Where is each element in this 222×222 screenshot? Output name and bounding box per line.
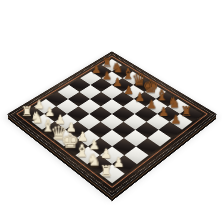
piece-black-king[interactable]: ♚ bbox=[140, 77, 161, 95]
square-d8[interactable]: ♛ bbox=[133, 78, 154, 92]
square-c7[interactable]: ♟ bbox=[112, 78, 133, 92]
square-b8[interactable]: ♞ bbox=[112, 65, 133, 78]
square-e6[interactable] bbox=[123, 99, 145, 114]
square-c8[interactable]: ♝ bbox=[122, 72, 143, 85]
piece-black-pawn[interactable]: ♟ bbox=[129, 91, 151, 103]
piece-black-bishop[interactable]: ♝ bbox=[118, 67, 139, 82]
square-a6[interactable] bbox=[80, 72, 101, 85]
square-c4[interactable] bbox=[79, 99, 101, 114]
piece-black-rook[interactable]: ♜ bbox=[97, 57, 117, 69]
square-b7[interactable]: ♟ bbox=[101, 72, 122, 85]
square-d7[interactable]: ♟ bbox=[123, 85, 145, 99]
piece-black-pawn[interactable]: ♟ bbox=[107, 77, 128, 88]
square-c5[interactable] bbox=[90, 92, 112, 107]
piece-black-knight[interactable]: ♞ bbox=[107, 61, 127, 75]
square-d5[interactable] bbox=[101, 99, 123, 114]
product-photo-canvas: ♜♞♝♛♚♝♞♜♟♟♟♟♟♟♟♟♟♟♟♟♟♟♟♟♜♞♝♛♚♝♞♜ bbox=[0, 0, 222, 222]
square-d6[interactable] bbox=[112, 92, 134, 107]
piece-black-pawn[interactable]: ♟ bbox=[86, 64, 106, 75]
square-b5[interactable] bbox=[79, 85, 101, 99]
piece-black-pawn[interactable]: ♟ bbox=[97, 70, 118, 81]
square-e8[interactable]: ♚ bbox=[145, 85, 167, 99]
piece-black-pawn[interactable]: ♟ bbox=[165, 114, 187, 126]
piece-white-rook[interactable]: ♜ bbox=[94, 164, 119, 179]
board-grid: ♜♞♝♛♚♝♞♜♟♟♟♟♟♟♟♟♟♟♟♟♟♟♟♟♜♞♝♛♚♝♞♜ bbox=[21, 59, 202, 183]
board-border-marble: ♜♞♝♛♚♝♞♜♟♟♟♟♟♟♟♟♟♟♟♟♟♟♟♟♜♞♝♛♚♝♞♜ bbox=[7, 51, 216, 195]
square-a8[interactable]: ♜ bbox=[102, 59, 123, 72]
piece-black-queen[interactable]: ♛ bbox=[129, 72, 150, 89]
square-a7[interactable]: ♟ bbox=[91, 65, 112, 78]
square-c6[interactable] bbox=[101, 85, 123, 99]
photo-scene: ♜♞♝♛♚♝♞♜♟♟♟♟♟♟♟♟♟♟♟♟♟♟♟♟♜♞♝♛♚♝♞♜ bbox=[0, 0, 222, 222]
square-e7[interactable]: ♟ bbox=[134, 92, 156, 107]
square-a4[interactable] bbox=[58, 85, 80, 99]
square-b6[interactable] bbox=[91, 78, 112, 92]
square-b4[interactable] bbox=[68, 92, 90, 107]
chess-board: ♜♞♝♛♚♝♞♜♟♟♟♟♟♟♟♟♟♟♟♟♟♟♟♟♜♞♝♛♚♝♞♜ bbox=[7, 51, 216, 195]
square-a5[interactable] bbox=[69, 78, 90, 92]
piece-black-bishop[interactable]: ♝ bbox=[151, 87, 173, 103]
piece-black-pawn[interactable]: ♟ bbox=[118, 84, 139, 96]
